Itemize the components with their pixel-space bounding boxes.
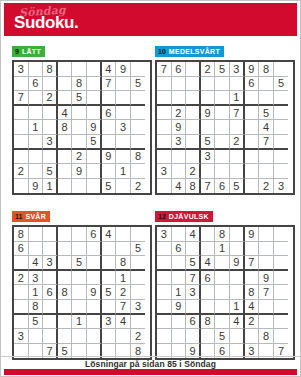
- cell-r4c8: 5: [259, 106, 274, 121]
- cell-r4c5: [72, 106, 87, 121]
- cell-r5c9: [131, 120, 146, 135]
- cell-r6c2: 8: [29, 300, 44, 315]
- cell-r5c2: 9: [172, 120, 187, 135]
- cell-r2c3: [186, 242, 201, 257]
- cell-r2c2: [29, 242, 44, 257]
- cell-r6c1: [157, 300, 172, 315]
- cell-r8c6: [87, 164, 102, 179]
- cell-r9c4: 7: [201, 179, 216, 194]
- cell-r9c9: 3: [274, 179, 289, 194]
- cell-r4c2: [29, 106, 44, 121]
- cell-r3c4: [58, 91, 73, 106]
- badge-label: MEDELSVÅRT: [169, 48, 220, 55]
- cell-r1c6: 6: [87, 227, 102, 242]
- cell-r1c8: [116, 227, 131, 242]
- cell-r5c7: 8: [245, 285, 260, 300]
- cell-r3c7: [245, 91, 260, 106]
- cell-r2c4: [58, 77, 73, 92]
- cell-r5c7: [245, 120, 260, 135]
- cell-r9c2: 4: [172, 179, 187, 194]
- cell-r4c4: 4: [58, 106, 73, 121]
- cell-r3c2: [29, 91, 44, 106]
- cell-r8c1: 3: [157, 164, 172, 179]
- cell-r1c5: 5: [215, 62, 230, 77]
- cell-r9c6: 5: [230, 179, 245, 194]
- cell-r6c8: 7: [259, 135, 274, 150]
- cell-r1c1: 7: [157, 62, 172, 77]
- cell-r2c8: [116, 77, 131, 92]
- cell-r2c2: 6: [172, 242, 187, 257]
- cell-r3c4: 4: [201, 256, 216, 271]
- cell-r9c6: [87, 179, 102, 194]
- cell-r4c4: 9: [201, 106, 216, 121]
- cell-r5c2: 1: [29, 285, 44, 300]
- cell-r6c3: [43, 300, 58, 315]
- cell-r8c2: [172, 329, 187, 344]
- cell-r8c3: [43, 329, 58, 344]
- cell-r7c6: [87, 315, 102, 330]
- cell-r6c8: 7: [116, 300, 131, 315]
- cell-r1c7: 9: [245, 62, 260, 77]
- cell-r5c6: [230, 285, 245, 300]
- cell-r6c1: [14, 300, 29, 315]
- cell-r8c2: [29, 164, 44, 179]
- cell-r5c6: 9: [87, 285, 102, 300]
- cell-r4c3: [43, 271, 58, 286]
- cell-r6c1: [157, 135, 172, 150]
- cell-r2c7: [102, 242, 117, 257]
- cell-r7c9: [131, 315, 146, 330]
- cell-r8c8: 1: [116, 164, 131, 179]
- cell-r8c7: [102, 164, 117, 179]
- cell-r7c5: 2: [72, 150, 87, 165]
- cell-r7c3: [43, 150, 58, 165]
- cell-r5c8: 2: [116, 285, 131, 300]
- cell-r3c9: [131, 91, 146, 106]
- cell-r8c4: [201, 164, 216, 179]
- cell-r6c4: [58, 300, 73, 315]
- sudoku-logo: Söndag Sudoku.: [14, 4, 134, 36]
- cell-r1c7: 4: [102, 62, 117, 77]
- cell-r3c9: [274, 256, 289, 271]
- cell-r4c1: [157, 271, 172, 286]
- badge-label: SVÅR: [25, 213, 46, 220]
- cell-r7c2: [172, 315, 187, 330]
- cell-r3c8: [116, 91, 131, 106]
- cell-r2c4: [201, 77, 216, 92]
- cell-r5c5: [215, 285, 230, 300]
- sudoku-grid-9: 384968757254618933529825919152: [12, 60, 152, 195]
- cell-r9c7: 5: [102, 179, 117, 194]
- cell-r6c9: 3: [131, 300, 146, 315]
- cell-r5c8: 7: [259, 285, 274, 300]
- cell-r6c8: [259, 300, 274, 315]
- cell-r7c4: [58, 315, 73, 330]
- cell-r4c7: 6: [102, 106, 117, 121]
- cell-r1c9: [131, 62, 146, 77]
- cell-r5c5: [72, 120, 87, 135]
- cell-r3c2: 4: [29, 256, 44, 271]
- cell-r4c1: 2: [14, 271, 29, 286]
- cell-r5c6: 9: [87, 120, 102, 135]
- cell-r7c6: 4: [230, 315, 245, 330]
- cell-r1c9: [274, 227, 289, 242]
- badge-number: 12: [158, 213, 166, 220]
- cell-r5c7: [102, 120, 117, 135]
- cell-r2c5: [72, 242, 87, 257]
- cell-r2c8: [259, 77, 274, 92]
- solutions-note: Lösningar på sidan 85 i Söndag: [1, 359, 300, 369]
- cell-r7c5: [215, 150, 230, 165]
- cell-r8c8: [259, 164, 274, 179]
- cell-r1c2: [172, 227, 187, 242]
- cell-r4c8: 1: [116, 271, 131, 286]
- cell-r5c2: 1: [29, 120, 44, 135]
- cell-r8c5: [215, 164, 230, 179]
- cell-r5c1: [14, 120, 29, 135]
- cell-r1c6: [230, 227, 245, 242]
- cell-r2c1: 6: [14, 242, 29, 257]
- cell-r4c2: [172, 271, 187, 286]
- cell-r2c3: [43, 77, 58, 92]
- cell-r4c2: 2: [172, 106, 187, 121]
- cell-r2c1: [157, 77, 172, 92]
- cell-r6c9: [274, 300, 289, 315]
- cell-r2c2: [172, 77, 187, 92]
- cell-r1c2: 6: [172, 62, 187, 77]
- cell-r4c7: [102, 271, 117, 286]
- cell-r8c5: 9: [72, 164, 87, 179]
- cell-r5c1: [157, 285, 172, 300]
- cell-r9c8: [116, 179, 131, 194]
- cell-r8c3: 2: [186, 164, 201, 179]
- puzzle-11-svar: 11 SVÅR 864654358231168952873513432758: [12, 205, 152, 360]
- cell-r1c4: [58, 62, 73, 77]
- cell-r8c1: [157, 329, 172, 344]
- footer-red-bar: [4, 369, 297, 375]
- cell-r4c3: 7: [186, 271, 201, 286]
- puzzle-9-latt: 9 LÄTT 384968757254618933529825919152: [12, 40, 152, 195]
- cell-r7c7: 9: [102, 150, 117, 165]
- cell-r8c4: [58, 164, 73, 179]
- cell-r8c7: [245, 329, 260, 344]
- cell-r1c9: [274, 62, 289, 77]
- cell-r7c7: 3: [102, 315, 117, 330]
- cell-r5c8: 4: [259, 120, 274, 135]
- cell-r3c8: [259, 256, 274, 271]
- cell-r3c5: [215, 256, 230, 271]
- sudoku-page: Söndag Sudoku. 9 LÄTT 384968757254618933…: [0, 0, 301, 377]
- cell-r6c5: [72, 135, 87, 150]
- cell-r7c9: 8: [131, 150, 146, 165]
- cell-r6c5: [215, 135, 230, 150]
- cell-r8c6: [230, 329, 245, 344]
- cell-r8c6: [230, 164, 245, 179]
- cell-r3c1: [157, 256, 172, 271]
- cell-r4c6: [87, 271, 102, 286]
- difficulty-badge-svar: 11 SVÅR: [12, 211, 50, 222]
- cell-r7c5: 1: [72, 315, 87, 330]
- cell-r3c3: 2: [43, 91, 58, 106]
- cell-r7c8: 4: [116, 315, 131, 330]
- cell-r3c5: 5: [72, 256, 87, 271]
- cell-r3c3: [186, 91, 201, 106]
- cell-r7c2: [29, 150, 44, 165]
- cell-r8c8: 8: [259, 329, 274, 344]
- cell-r8c9: [274, 164, 289, 179]
- cell-r4c4: 6: [201, 271, 216, 286]
- cell-r2c9: 5: [131, 77, 146, 92]
- cell-r5c3: [186, 120, 201, 135]
- cell-r7c1: [14, 315, 29, 330]
- cell-r5c8: 3: [116, 120, 131, 135]
- cell-r8c1: 2: [14, 164, 29, 179]
- cell-r3c6: [87, 256, 102, 271]
- cell-r3c8: [259, 91, 274, 106]
- masthead-banner: Söndag Sudoku.: [4, 3, 297, 36]
- cell-r4c5: [215, 106, 230, 121]
- badge-label: LÄTT: [22, 48, 41, 55]
- cell-r2c6: [87, 242, 102, 257]
- cell-r8c9: 2: [131, 329, 146, 344]
- cell-r1c8: [259, 227, 274, 242]
- cell-r2c3: [43, 242, 58, 257]
- cell-r1c5: [72, 227, 87, 242]
- cell-r8c8: [116, 329, 131, 344]
- cell-r6c6: 5: [87, 135, 102, 150]
- cell-r1c4: [58, 227, 73, 242]
- cell-r5c4: [201, 285, 216, 300]
- cell-r1c2: [29, 227, 44, 242]
- cell-r2c2: 6: [29, 77, 44, 92]
- cell-r6c7: [245, 135, 260, 150]
- cell-r1c8: 8: [259, 62, 274, 77]
- cell-r2c9: 5: [131, 242, 146, 257]
- cell-r2c9: [274, 242, 289, 257]
- sudoku-grid-11: 864654358231168952873513432758: [12, 225, 152, 360]
- cell-r6c6: [87, 300, 102, 315]
- cell-r2c7: [245, 242, 260, 257]
- cell-r1c8: 9: [116, 62, 131, 77]
- cell-r5c5: [215, 120, 230, 135]
- cell-r7c8: [259, 315, 274, 330]
- cell-r6c9: [131, 135, 146, 150]
- cell-r5c1: [14, 285, 29, 300]
- cell-r2c6: [230, 242, 245, 257]
- sudoku-grid-10: 762539865129759435273324876523: [155, 60, 295, 195]
- cell-r6c7: 4: [245, 300, 260, 315]
- cell-r8c7: [245, 164, 260, 179]
- cell-r4c5: [72, 271, 87, 286]
- cell-r7c8: [259, 150, 274, 165]
- cell-r6c4: 5: [201, 135, 216, 150]
- cell-r7c3: 6: [186, 315, 201, 330]
- cell-r7c6: [230, 150, 245, 165]
- cell-r2c6: [87, 77, 102, 92]
- cell-r9c7: [245, 179, 260, 194]
- badge-number: 11: [15, 213, 22, 220]
- cell-r6c1: [14, 135, 29, 150]
- cell-r5c5: [72, 285, 87, 300]
- cell-r4c6: [87, 106, 102, 121]
- cell-r1c3: 8: [43, 62, 58, 77]
- cell-r5c6: [230, 120, 245, 135]
- cell-r6c4: [58, 135, 73, 150]
- cell-r1c7: 9: [245, 227, 260, 242]
- cell-r4c7: [245, 106, 260, 121]
- cell-r2c5: [215, 77, 230, 92]
- cell-r9c2: 9: [29, 179, 44, 194]
- cell-r7c4: [58, 150, 73, 165]
- cell-r8c3: 5: [43, 164, 58, 179]
- cell-r7c9: [274, 315, 289, 330]
- cell-r7c1: [157, 150, 172, 165]
- badge-label: DJÄVULSK: [169, 213, 209, 220]
- cell-r4c1: [14, 106, 29, 121]
- cell-r5c7: 5: [102, 285, 117, 300]
- cell-r5c1: [157, 120, 172, 135]
- cell-r3c1: [157, 91, 172, 106]
- cell-r3c8: 8: [116, 256, 131, 271]
- cell-r3c6: [87, 91, 102, 106]
- cell-r8c6: [87, 329, 102, 344]
- cell-r4c6: [230, 271, 245, 286]
- cell-r6c3: [186, 135, 201, 150]
- sudoku-grid-12: 348961549776913879146842589637: [155, 225, 295, 360]
- cell-r1c3: [43, 227, 58, 242]
- cell-r7c1: [157, 315, 172, 330]
- cell-r3c6: 9: [230, 256, 245, 271]
- cell-r9c5: 6: [215, 179, 230, 194]
- cell-r2c6: [230, 77, 245, 92]
- cell-r2c1: [14, 77, 29, 92]
- cell-r8c7: [102, 329, 117, 344]
- cell-r4c9: [131, 106, 146, 121]
- cell-r3c7: [102, 91, 117, 106]
- cell-r1c7: 4: [102, 227, 117, 242]
- cell-r1c3: 4: [186, 227, 201, 242]
- cell-r6c2: 3: [172, 135, 187, 150]
- cell-r7c5: [215, 315, 230, 330]
- cell-r8c5: [72, 329, 87, 344]
- cell-r6c2: [29, 135, 44, 150]
- cell-r6c5: [72, 300, 87, 315]
- cell-r6c7: [102, 300, 117, 315]
- cell-r7c8: [116, 150, 131, 165]
- cell-r7c9: [274, 150, 289, 165]
- cell-r4c9: [131, 271, 146, 286]
- cell-r4c8: [116, 106, 131, 121]
- cell-r3c6: 1: [230, 91, 245, 106]
- cell-r2c4: [58, 242, 73, 257]
- cell-r6c4: [201, 300, 216, 315]
- cell-r3c5: 5: [72, 91, 87, 106]
- cell-r3c9: [131, 256, 146, 271]
- cell-r2c9: 5: [274, 77, 289, 92]
- cell-r7c3: [43, 315, 58, 330]
- cell-r4c5: [215, 271, 230, 286]
- difficulty-badge-djavulsk: 12 DJÄVULSK: [155, 211, 213, 222]
- cell-r4c7: [245, 271, 260, 286]
- cell-r6c3: [186, 300, 201, 315]
- cell-r5c3: [43, 120, 58, 135]
- cell-r9c3: 8: [186, 179, 201, 194]
- cell-r2c1: [157, 242, 172, 257]
- cell-r3c1: [14, 256, 29, 271]
- cell-r3c3: 5: [186, 256, 201, 271]
- difficulty-badge-medelsvart: 10 MEDELSVÅRT: [155, 46, 224, 57]
- cell-r3c7: 7: [245, 256, 260, 271]
- cell-r7c7: 2: [245, 315, 260, 330]
- cell-r7c6: [87, 150, 102, 165]
- cell-r1c9: [131, 227, 146, 242]
- cell-r7c4: 3: [201, 150, 216, 165]
- cell-r9c8: 2: [259, 179, 274, 194]
- cell-r4c3: [43, 106, 58, 121]
- cell-r1c6: 3: [230, 62, 245, 77]
- cell-r5c4: [201, 120, 216, 135]
- cell-r8c5: 5: [215, 329, 230, 344]
- cell-r8c2: [172, 164, 187, 179]
- cell-r5c4: 8: [58, 285, 73, 300]
- badge-number: 10: [158, 48, 166, 55]
- cell-r9c5: [72, 179, 87, 194]
- cell-r4c2: 3: [29, 271, 44, 286]
- cell-r5c9: [274, 120, 289, 135]
- cell-r9c4: [58, 179, 73, 194]
- cell-r4c9: [274, 106, 289, 121]
- cell-r6c5: [215, 300, 230, 315]
- cell-r4c3: [186, 106, 201, 121]
- cell-r9c3: 1: [43, 179, 58, 194]
- cell-r5c3: 6: [43, 285, 58, 300]
- cell-r1c6: [87, 62, 102, 77]
- cell-r2c7: 7: [102, 77, 117, 92]
- masthead-sudoku: Sudoku.: [14, 13, 78, 33]
- cell-r3c9: [274, 91, 289, 106]
- cell-r1c1: 3: [157, 227, 172, 242]
- cell-r2c4: [201, 242, 216, 257]
- cell-r1c3: [186, 62, 201, 77]
- cell-r6c8: [116, 135, 131, 150]
- cell-r8c9: [274, 329, 289, 344]
- cell-r8c4: [201, 329, 216, 344]
- cell-r1c1: 8: [14, 227, 29, 242]
- cell-r5c2: 1: [172, 285, 187, 300]
- cell-r3c4: [201, 91, 216, 106]
- cell-r9c1: [157, 179, 172, 194]
- cell-r7c2: [172, 150, 187, 165]
- cell-r9c9: 2: [131, 179, 146, 194]
- cell-r2c5: 1: [215, 242, 230, 257]
- cell-r6c2: 9: [172, 300, 187, 315]
- cell-r4c6: 7: [230, 106, 245, 121]
- cell-r1c2: [29, 62, 44, 77]
- cell-r5c9: [131, 285, 146, 300]
- cell-r3c2: [172, 256, 187, 271]
- cell-r5c4: 8: [58, 120, 73, 135]
- cell-r8c1: 3: [14, 329, 29, 344]
- cell-r6c7: [102, 135, 117, 150]
- cell-r8c4: [58, 329, 73, 344]
- badge-number: 9: [15, 48, 19, 55]
- cell-r2c3: [186, 77, 201, 92]
- cell-r3c7: [102, 256, 117, 271]
- cell-r4c1: [157, 106, 172, 121]
- cell-r7c7: [245, 150, 260, 165]
- cell-r3c4: [58, 256, 73, 271]
- cell-r8c2: [29, 329, 44, 344]
